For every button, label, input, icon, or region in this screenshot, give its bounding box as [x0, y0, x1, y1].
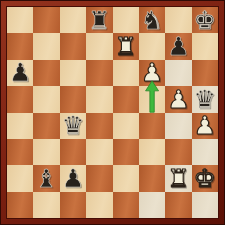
piece-black-king[interactable]: ♚	[194, 8, 216, 33]
square-e2[interactable]	[113, 165, 139, 191]
square-g7[interactable]: ♟	[165, 33, 191, 59]
square-a1[interactable]	[7, 192, 33, 218]
square-b6[interactable]	[33, 60, 59, 86]
square-g1[interactable]	[165, 192, 191, 218]
piece-black-queen[interactable]: ♛	[62, 113, 84, 138]
square-h5[interactable]: ♛	[192, 86, 218, 112]
square-b7[interactable]	[33, 33, 59, 59]
square-e4[interactable]	[113, 113, 139, 139]
square-c2[interactable]: ♟	[60, 165, 86, 191]
square-a4[interactable]	[7, 113, 33, 139]
square-d7[interactable]	[86, 33, 112, 59]
square-e1[interactable]	[113, 192, 139, 218]
square-e6[interactable]	[113, 60, 139, 86]
square-d5[interactable]	[86, 86, 112, 112]
square-a3[interactable]	[7, 139, 33, 165]
square-d1[interactable]	[86, 192, 112, 218]
square-b4[interactable]	[33, 113, 59, 139]
piece-white-rook[interactable]: ♜	[167, 166, 189, 191]
square-g8[interactable]	[165, 7, 191, 33]
piece-black-bishop[interactable]: ♝	[35, 166, 57, 191]
square-h4[interactable]: ♟	[192, 113, 218, 139]
piece-white-pawn[interactable]: ♟	[167, 87, 189, 112]
square-f5[interactable]	[139, 86, 165, 112]
square-f4[interactable]	[139, 113, 165, 139]
square-f7[interactable]	[139, 33, 165, 59]
piece-white-pawn[interactable]: ♟	[141, 60, 163, 85]
square-f1[interactable]	[139, 192, 165, 218]
square-c6[interactable]	[60, 60, 86, 86]
square-h1[interactable]	[192, 192, 218, 218]
square-h2[interactable]: ♚	[192, 165, 218, 191]
square-b3[interactable]	[33, 139, 59, 165]
square-c7[interactable]	[60, 33, 86, 59]
square-c8[interactable]	[60, 7, 86, 33]
square-e7[interactable]: ♜	[113, 33, 139, 59]
square-e5[interactable]	[113, 86, 139, 112]
piece-black-pawn[interactable]: ♟	[9, 60, 31, 85]
square-e8[interactable]	[113, 7, 139, 33]
square-f2[interactable]	[139, 165, 165, 191]
square-h8[interactable]: ♚	[192, 7, 218, 33]
square-d3[interactable]	[86, 139, 112, 165]
square-d6[interactable]	[86, 60, 112, 86]
square-g4[interactable]	[165, 113, 191, 139]
square-d2[interactable]	[86, 165, 112, 191]
square-a8[interactable]	[7, 7, 33, 33]
square-c1[interactable]	[60, 192, 86, 218]
piece-black-pawn[interactable]: ♟	[62, 166, 84, 191]
square-g2[interactable]: ♜	[165, 165, 191, 191]
square-b8[interactable]	[33, 7, 59, 33]
square-b2[interactable]: ♝	[33, 165, 59, 191]
piece-black-pawn[interactable]: ♟	[167, 34, 189, 59]
square-g3[interactable]	[165, 139, 191, 165]
square-a7[interactable]	[7, 33, 33, 59]
square-f6[interactable]: ♟	[139, 60, 165, 86]
piece-white-pawn[interactable]: ♟	[194, 113, 216, 138]
piece-black-queen[interactable]: ♛	[194, 87, 216, 112]
square-h7[interactable]	[192, 33, 218, 59]
chessboard-frame: ♜♞♚♜♟♟♟♟♛♛♟♝♟♜♚	[0, 0, 225, 225]
square-h3[interactable]	[192, 139, 218, 165]
square-a6[interactable]: ♟	[7, 60, 33, 86]
square-e3[interactable]	[113, 139, 139, 165]
square-c3[interactable]	[60, 139, 86, 165]
square-d8[interactable]: ♜	[86, 7, 112, 33]
piece-white-king[interactable]: ♚	[194, 166, 216, 191]
piece-white-rook[interactable]: ♜	[114, 34, 136, 59]
square-b1[interactable]	[33, 192, 59, 218]
piece-black-knight[interactable]: ♞	[141, 8, 163, 33]
square-a2[interactable]	[7, 165, 33, 191]
square-c4[interactable]: ♛	[60, 113, 86, 139]
piece-black-rook[interactable]: ♜	[88, 8, 110, 33]
square-a5[interactable]	[7, 86, 33, 112]
chessboard: ♜♞♚♜♟♟♟♟♛♛♟♝♟♜♚	[7, 7, 218, 218]
square-f3[interactable]	[139, 139, 165, 165]
square-h6[interactable]	[192, 60, 218, 86]
square-b5[interactable]	[33, 86, 59, 112]
square-c5[interactable]	[60, 86, 86, 112]
square-f8[interactable]: ♞	[139, 7, 165, 33]
square-g5[interactable]: ♟	[165, 86, 191, 112]
square-g6[interactable]	[165, 60, 191, 86]
square-d4[interactable]	[86, 113, 112, 139]
